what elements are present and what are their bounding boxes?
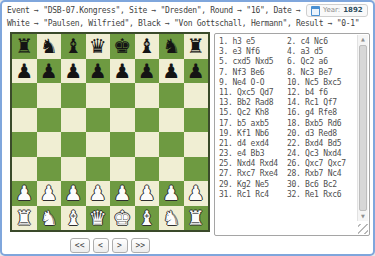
move-pair-25: 25. Nxd4 Rxd4	[219, 159, 287, 169]
square-f5[interactable]	[135, 108, 160, 133]
piece-white-bishop: ♝	[138, 206, 156, 231]
move-pair-12: 12. b4 f6	[287, 88, 355, 98]
move-pair-11: 11. Qxc5 Qd7	[219, 88, 287, 98]
calendar-icon	[311, 6, 320, 16]
piece-black-rook: ♜	[15, 34, 33, 59]
move-pair-29: 29. Kg2 Ne5	[219, 180, 287, 190]
chess-viewer: Event → "DSB-07.Kongress", Site → "Dresd…	[0, 0, 375, 256]
piece-white-pawn: ♟	[138, 181, 156, 206]
piece-white-knight: ♞	[162, 206, 180, 231]
square-c6[interactable]	[61, 83, 86, 108]
square-g3[interactable]	[159, 157, 184, 182]
move-pair-23: 23. e4 Bb3	[219, 149, 287, 159]
move-pair-9: 9. Ne4 O-O	[219, 78, 287, 88]
move-pair-16: 16. g4 Rfe8	[287, 108, 355, 118]
square-c8[interactable]: ♝	[61, 34, 86, 59]
pgn-header: Event → "DSB-07.Kongress", Site → "Dresd…	[7, 4, 373, 30]
scrollbar-thumb[interactable]	[359, 45, 367, 211]
move-pair-14: 14. Rc1 Qf7	[287, 98, 355, 108]
piece-white-bishop: ♝	[64, 206, 82, 231]
square-e4[interactable]	[110, 132, 135, 157]
piece-black-pawn: ♟	[162, 59, 180, 84]
piece-black-pawn: ♟	[64, 59, 82, 84]
move-pair-21: 21. d4 exd4	[219, 139, 287, 149]
resize-grip[interactable]	[358, 224, 368, 234]
square-f4[interactable]	[135, 132, 160, 157]
square-g6[interactable]	[159, 83, 184, 108]
square-h2[interactable]: ♟	[184, 181, 209, 206]
nav-first-button[interactable]: <<	[70, 238, 90, 253]
square-a5[interactable]	[12, 108, 37, 133]
piece-black-bishop: ♝	[64, 34, 82, 59]
square-f6[interactable]	[135, 83, 160, 108]
square-e7[interactable]: ♟	[110, 59, 135, 84]
move-pair-27: 27. Rxc7 Rxe4	[219, 169, 287, 179]
square-a7[interactable]: ♟	[12, 59, 37, 84]
square-d4[interactable]	[86, 132, 111, 157]
square-b3[interactable]	[37, 157, 62, 182]
piece-white-rook: ♜	[187, 206, 205, 231]
piece-white-pawn: ♟	[89, 181, 107, 206]
piece-white-pawn: ♟	[162, 181, 180, 206]
piece-white-king: ♚	[113, 206, 131, 231]
move-pair-1: 1. h3 e5	[219, 37, 287, 47]
move-pair-31: 31. Rc1 Rc4	[219, 190, 287, 200]
square-b2[interactable]: ♟	[37, 181, 62, 206]
piece-white-queen: ♛	[89, 206, 107, 231]
pgn-header-line1: Event → "DSB-07.Kongress", Site → "Dresd…	[7, 4, 373, 18]
move-pair-4: 4. a3 d5	[287, 47, 355, 57]
piece-black-pawn: ♟	[113, 59, 131, 84]
square-d5[interactable]	[86, 108, 111, 133]
square-b1[interactable]: ♞	[37, 206, 62, 231]
square-c7[interactable]: ♟	[61, 59, 86, 84]
chess-board: ♜♞♝♛♚♝♞♜♟♟♟♟♟♟♟♟♟♟♟♟♟♟♟♟♜♞♝♛♚♝♞♜	[10, 32, 210, 232]
square-d6[interactable]	[86, 83, 111, 108]
square-e2[interactable]: ♟	[110, 181, 135, 206]
square-h6[interactable]	[184, 83, 209, 108]
piece-white-knight: ♞	[40, 206, 58, 231]
piece-white-pawn: ♟	[15, 181, 33, 206]
square-c1[interactable]: ♝	[61, 206, 86, 231]
move-pair-10: 10. Nc5 Bxc5	[287, 78, 355, 88]
square-a6[interactable]	[12, 83, 37, 108]
piece-black-king: ♚	[113, 34, 131, 59]
square-h8[interactable]: ♜	[184, 34, 209, 59]
square-e6[interactable]	[110, 83, 135, 108]
piece-black-queen: ♛	[89, 34, 107, 59]
nav-prev-button[interactable]: <	[93, 238, 109, 253]
move-pair-32: 32. Re1 Rxc6	[287, 190, 355, 200]
piece-black-pawn: ♟	[89, 59, 107, 84]
piece-black-pawn: ♟	[40, 59, 58, 84]
move-pair-3: 3. e3 Nf6	[219, 47, 287, 57]
move-pair-30: 30. Bc6 Bc2	[287, 180, 355, 190]
piece-white-pawn: ♟	[64, 181, 82, 206]
move-pair-20: 20. d3 Red8	[287, 129, 355, 139]
move-navigation: <<<>>>	[10, 238, 210, 253]
nav-last-button[interactable]: >>	[131, 238, 151, 253]
square-a8[interactable]: ♜	[12, 34, 37, 59]
square-c4[interactable]	[61, 132, 86, 157]
scroll-up-icon[interactable]: ▲	[358, 35, 368, 44]
square-b5[interactable]	[37, 108, 62, 133]
square-e3[interactable]	[110, 157, 135, 182]
move-pair-24: 24. Qc3 Nxd4	[287, 149, 355, 159]
square-b4[interactable]	[37, 132, 62, 157]
move-pair-2: 2. c4 Nc6	[287, 37, 355, 47]
move-pair-26: 26. Qxc7 Qxc7	[287, 159, 355, 169]
square-g2[interactable]: ♟	[159, 181, 184, 206]
square-b7[interactable]: ♟	[37, 59, 62, 84]
pgn-header-line2: White → "Paulsen, Wilfried", Black → "Vo…	[7, 18, 373, 31]
square-b6[interactable]	[37, 83, 62, 108]
move-pair-22: 22. Bxd4 Bd5	[287, 139, 355, 149]
piece-black-bishop: ♝	[138, 34, 156, 59]
move-pair-13: 13. Bb2 Rad8	[219, 98, 287, 108]
square-e1[interactable]: ♚	[110, 206, 135, 231]
square-c2[interactable]: ♟	[61, 181, 86, 206]
square-c3[interactable]	[61, 157, 86, 182]
square-g4[interactable]	[159, 132, 184, 157]
piece-black-knight: ♞	[162, 34, 180, 59]
square-a4[interactable]	[12, 132, 37, 157]
piece-white-pawn: ♟	[187, 181, 205, 206]
move-pair-28: 28. Rxb7 Nc4	[287, 169, 355, 179]
year-badge-label: Year:	[323, 4, 340, 17]
square-d8[interactable]: ♛	[86, 34, 111, 59]
piece-black-knight: ♞	[40, 34, 58, 59]
piece-white-pawn: ♟	[113, 181, 131, 206]
square-c5[interactable]	[61, 108, 86, 133]
square-a1[interactable]: ♜	[12, 206, 37, 231]
move-pair-6: 6. Qc2 a6	[287, 57, 355, 67]
square-f3[interactable]	[135, 157, 160, 182]
square-a2[interactable]: ♟	[12, 181, 37, 206]
square-d3[interactable]	[86, 157, 111, 182]
piece-black-rook: ♜	[187, 34, 205, 59]
square-d7[interactable]: ♟	[86, 59, 111, 84]
square-d1[interactable]: ♛	[86, 206, 111, 231]
piece-white-pawn: ♟	[40, 181, 58, 206]
square-e8[interactable]: ♚	[110, 34, 135, 59]
move-pair-15: 15. Qc2 Kh8	[219, 108, 287, 118]
piece-white-rook: ♜	[15, 206, 33, 231]
move-list-panel[interactable]: 1. h3 e52. c4 Nc63. e3 Nf64. a3 d55. cxd…	[214, 33, 370, 236]
year-badge-value: 1892	[343, 4, 362, 17]
square-h5[interactable]	[184, 108, 209, 133]
pgn-tags-line1-text: Event → "DSB-07.Kongress", Site → "Dresd…	[7, 6, 305, 15]
square-g7[interactable]: ♟	[159, 59, 184, 84]
piece-black-pawn: ♟	[187, 59, 205, 84]
move-pair-19: 19. Kf1 Nb6	[219, 129, 287, 139]
piece-black-pawn: ♟	[138, 59, 156, 84]
square-f2[interactable]: ♟	[135, 181, 160, 206]
square-h1[interactable]: ♜	[184, 206, 209, 231]
scroll-down-icon[interactable]: ▼	[358, 212, 368, 221]
square-e5[interactable]	[110, 108, 135, 133]
move-list: 1. h3 e52. c4 Nc63. e3 Nf64. a3 d55. cxd…	[219, 37, 355, 223]
square-h7[interactable]: ♟	[184, 59, 209, 84]
square-g8[interactable]: ♞	[159, 34, 184, 59]
square-h3[interactable]	[184, 157, 209, 182]
piece-black-pawn: ♟	[15, 59, 33, 84]
nav-next-button[interactable]: >	[112, 238, 128, 253]
move-pair-7: 7. Nf3 Be6	[219, 68, 287, 78]
move-pair-8: 8. Nc3 Be7	[287, 68, 355, 78]
move-pair-18: 18. Bxb5 Rd6	[287, 119, 355, 129]
square-d2[interactable]: ♟	[86, 181, 111, 206]
square-f1[interactable]: ♝	[135, 206, 160, 231]
square-f8[interactable]: ♝	[135, 34, 160, 59]
square-g5[interactable]	[159, 108, 184, 133]
year-badge: Year:1892	[306, 4, 368, 17]
square-f7[interactable]: ♟	[135, 59, 160, 84]
move-pair-17: 17. b5 axb5	[219, 119, 287, 129]
square-g1[interactable]: ♞	[159, 206, 184, 231]
move-pair-5: 5. cxd5 Nxd5	[219, 57, 287, 67]
board-grid: ♜♞♝♛♚♝♞♜♟♟♟♟♟♟♟♟♟♟♟♟♟♟♟♟♜♞♝♛♚♝♞♜	[12, 34, 208, 230]
square-a3[interactable]	[12, 157, 37, 182]
square-h4[interactable]	[184, 132, 209, 157]
square-b8[interactable]: ♞	[37, 34, 62, 59]
scrollbar[interactable]: ▲ ▼	[357, 35, 368, 221]
